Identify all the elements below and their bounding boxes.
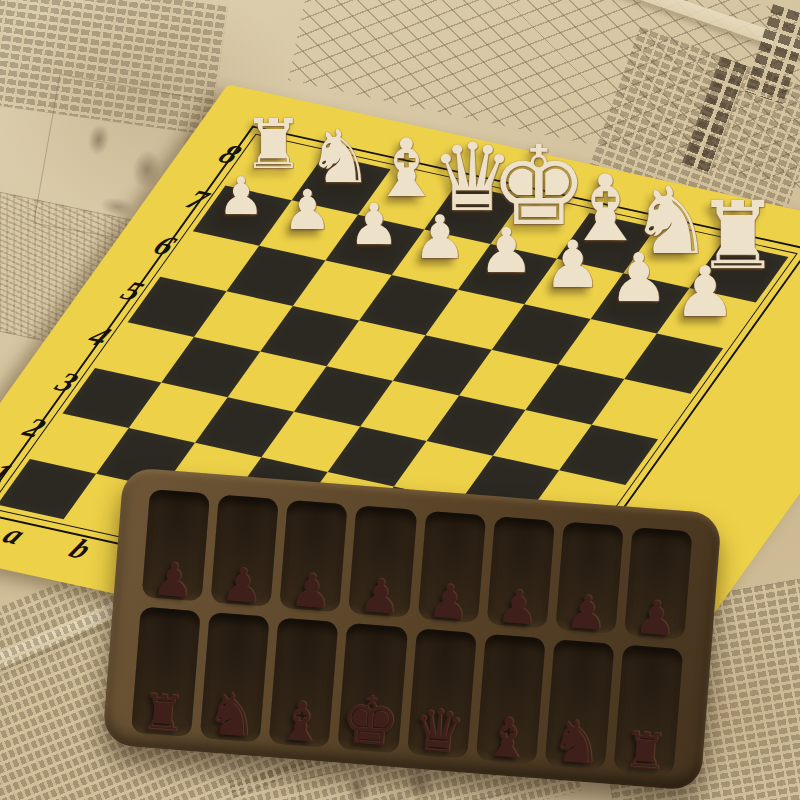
piece-white-pawn-f7[interactable]: ♟	[543, 232, 601, 297]
piece-white-pawn-g7[interactable]: ♟	[609, 245, 669, 312]
tray-piece-pawn[interactable]: ♟	[220, 561, 265, 610]
tray-cell-r1-c5: ♟	[417, 511, 485, 623]
piece-white-pawn-h7[interactable]: ♟	[674, 257, 737, 327]
tray-piece-pawn[interactable]: ♟	[633, 593, 678, 642]
tray-cell-r1-c2: ♟	[211, 494, 279, 606]
tray-cell-r2-c5: ♛	[407, 628, 477, 759]
tray-grid: ♟♟♟♟♟♟♟♟♜♞♝♚♛♝♞♜	[132, 489, 693, 765]
tray-cell-r1-c4: ♟	[348, 505, 416, 617]
tray-cell-r1-c3: ♟	[280, 500, 348, 612]
newspaper-headline-glyphs	[745, 4, 800, 104]
tray-piece-knight[interactable]: ♞	[204, 684, 260, 746]
tray-piece-pawn[interactable]: ♟	[564, 588, 609, 637]
tray-piece-pawn[interactable]: ♟	[358, 571, 403, 620]
scene: 8 7 6 5 4 3 2 1 a b c d e f g h ♜♞♝♛♚♝♞♜…	[0, 0, 800, 800]
tray-piece-bishop[interactable]: ♝	[481, 710, 534, 768]
tray-cell-r2-c1: ♜	[131, 606, 201, 737]
tray-piece-pawn[interactable]: ♟	[426, 577, 471, 626]
tray-cell-r1-c1: ♟	[142, 489, 210, 601]
tray-cell-r1-c7: ♟	[555, 522, 623, 634]
piece-white-pawn-d7[interactable]: ♟	[413, 207, 467, 267]
piece-white-pawn-b7[interactable]: ♟	[283, 182, 332, 237]
piece-tray: ♟♟♟♟♟♟♟♟♜♞♝♚♛♝♞♜	[102, 467, 722, 791]
tray-cell-r2-c3: ♝	[269, 617, 339, 748]
newspaper-headline-box	[681, 56, 749, 174]
tray-piece-rook[interactable]: ♜	[138, 687, 187, 740]
tray-piece-pawn[interactable]: ♟	[495, 582, 540, 631]
newspaper-text-column	[0, 0, 228, 135]
tray-cell-r2-c8: ♜	[613, 644, 683, 775]
tray-piece-bishop[interactable]: ♝	[274, 694, 327, 752]
piece-white-pawn-c7[interactable]: ♟	[348, 195, 399, 252]
tray-cell-r2-c7: ♞	[545, 639, 615, 770]
tray-piece-pawn[interactable]: ♟	[151, 555, 196, 604]
tray-piece-rook[interactable]: ♜	[621, 725, 670, 778]
tray-cell-r2-c2: ♞	[200, 612, 270, 743]
tray-cell-r2-c4: ♚	[338, 623, 408, 754]
tray-piece-knight[interactable]: ♞	[548, 711, 604, 773]
tray-cell-r1-c6: ♟	[486, 516, 554, 628]
piece-white-pawn-e7[interactable]: ♟	[479, 220, 535, 282]
tray-cell-r2-c6: ♝	[476, 633, 546, 764]
piece-white-pawn-a7[interactable]: ♟	[218, 171, 265, 223]
tray-cell-r1-c8: ♟	[624, 527, 692, 639]
tray-piece-pawn[interactable]: ♟	[289, 566, 334, 615]
tray-piece-queen[interactable]: ♛	[410, 700, 466, 762]
newspaper-page-edge	[546, 0, 800, 77]
tray-piece-king[interactable]: ♚	[338, 687, 402, 757]
